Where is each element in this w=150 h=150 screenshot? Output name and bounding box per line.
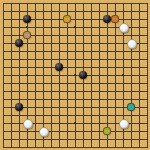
analysis-marker-O3[interactable] — [103, 127, 110, 134]
analysis-marker-D15[interactable] — [23, 31, 30, 38]
stone-white-D4[interactable] — [23, 119, 33, 129]
go-board[interactable] — [0, 0, 150, 150]
stone-white-R14[interactable] — [127, 39, 137, 49]
stone-black-H11[interactable] — [55, 63, 63, 71]
analysis-marker-P17[interactable] — [111, 15, 118, 22]
star-point — [26, 74, 29, 77]
star-point — [74, 74, 77, 77]
stone-white-Q16[interactable] — [119, 23, 129, 33]
stone-white-Q4[interactable] — [119, 119, 129, 129]
board-intersection-grid — [0, 0, 150, 150]
analysis-marker-J17[interactable] — [63, 15, 70, 22]
stone-black-O17[interactable] — [103, 15, 111, 23]
star-point — [26, 26, 29, 29]
star-point — [74, 26, 77, 29]
stone-white-F3[interactable] — [39, 127, 49, 137]
stone-black-C6[interactable] — [15, 103, 23, 111]
stone-black-L10[interactable] — [79, 71, 87, 79]
star-point — [74, 122, 77, 125]
stone-black-C14[interactable] — [15, 39, 23, 47]
star-point — [122, 74, 125, 77]
analysis-marker-R6[interactable] — [127, 103, 134, 110]
stone-black-D17[interactable] — [23, 15, 31, 23]
